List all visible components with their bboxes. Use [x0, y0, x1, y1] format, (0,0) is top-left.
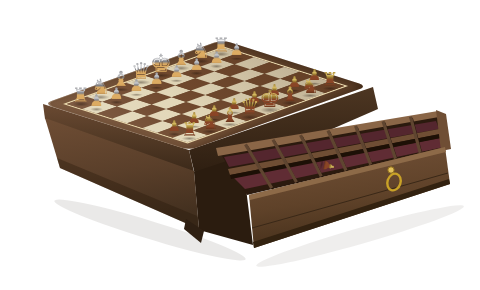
piece-black-bishop-f8[interactable]: ♝ — [281, 83, 299, 103]
piece-white-rook-a1[interactable]: ♜ — [72, 84, 90, 104]
piece-black-rook-h8[interactable]: ♜ — [322, 70, 339, 89]
piece-white-pawn-c2[interactable]: ♟ — [129, 79, 143, 95]
piece-black-knight-b8[interactable]: ♞ — [201, 112, 219, 132]
piece-white-pawn-a2[interactable]: ♟ — [89, 93, 103, 109]
piece-white-pawn-b2[interactable]: ♟ — [109, 86, 123, 102]
piece-black-bishop-c8[interactable]: ♝ — [221, 105, 239, 125]
drawer-handle-knob — [388, 167, 394, 173]
piece-white-pawn-g2[interactable]: ♟ — [210, 50, 224, 66]
piece-white-pawn-e2[interactable]: ♟ — [169, 64, 183, 80]
piece-white-pawn-f2[interactable]: ♟ — [189, 57, 203, 73]
piece-white-pawn-h2[interactable]: ♟ — [230, 43, 244, 59]
piece-black-knight-g8[interactable]: ♞ — [301, 76, 319, 96]
piece-black-king-e8[interactable]: ♚ — [259, 87, 281, 111]
chess-set-photo: ♜♞♝♛♚♝♞♜♟♟♟♟♟♟♟♟♟♟♟♟♟♟♟♟♜♞♝♛♚♝♞♜♟ — [0, 0, 480, 290]
piece-white-pawn-d2[interactable]: ♟ — [149, 72, 163, 88]
piece-black-pawn-a7[interactable]: ♟ — [167, 119, 180, 134]
piece-black-rook-a8[interactable]: ♜ — [181, 120, 198, 139]
piece-black-queen-d8[interactable]: ♛ — [240, 96, 260, 118]
